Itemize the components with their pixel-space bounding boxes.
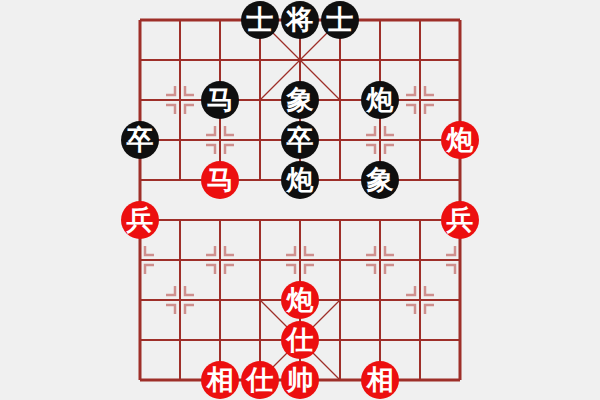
board-cell[interactable] [160,360,200,400]
piece-glyph: 兵 [127,207,154,234]
piece-glyph: 卒 [287,127,314,154]
piece-glyph: 炮 [367,87,394,114]
board-cell[interactable] [320,280,360,320]
piece-glyph: 马 [207,87,234,114]
piece-red-cannon[interactable]: 炮 [281,281,319,319]
piece-red-elephant[interactable]: 相 [201,361,239,399]
piece-black-elephant[interactable]: 象 [281,81,319,119]
board-cell[interactable] [320,360,360,400]
xiangqi-board: 士将士马象炮卒卒炮马炮象兵兵炮仕相仕帅相 [0,0,600,400]
board-cell[interactable] [440,320,480,360]
board-cell[interactable] [440,80,480,120]
board-cell[interactable] [280,240,320,280]
board-cell[interactable]: 象 [280,80,320,120]
board-cell[interactable] [440,360,480,400]
piece-black-pawn[interactable]: 卒 [121,121,159,159]
board-cell[interactable] [240,200,280,240]
board-cell[interactable] [160,160,200,200]
board-cell[interactable] [120,40,160,80]
board-cell[interactable] [200,280,240,320]
board-cell[interactable] [120,0,160,40]
piece-glyph: 炮 [447,127,474,154]
piece-red-cannon[interactable]: 炮 [441,121,479,159]
board-cell[interactable]: 炮 [360,80,400,120]
board-cell[interactable]: 象 [360,160,400,200]
piece-red-king[interactable]: 帅 [281,361,319,399]
piece-red-advisor[interactable]: 仕 [281,321,319,359]
board-cell[interactable] [240,80,280,120]
piece-red-advisor[interactable]: 仕 [241,361,279,399]
board-cell[interactable] [400,0,440,40]
piece-black-elephant[interactable]: 象 [361,161,399,199]
board-cell[interactable] [120,160,160,200]
board-cell[interactable] [120,360,160,400]
board-cell[interactable]: 卒 [120,120,160,160]
board-cell[interactable] [280,40,320,80]
board-cell[interactable] [160,0,200,40]
board-cell[interactable] [120,320,160,360]
board-cell[interactable]: 相 [360,360,400,400]
board-cell[interactable]: 士 [320,0,360,40]
board-cell[interactable]: 兵 [120,200,160,240]
board-cell[interactable]: 仕 [280,320,320,360]
board-cell[interactable] [440,240,480,280]
board-cell[interactable] [360,200,400,240]
board-cell[interactable] [240,240,280,280]
piece-red-pawn[interactable]: 兵 [441,201,479,239]
board-cell[interactable]: 炮 [440,120,480,160]
board-cell[interactable] [400,80,440,120]
board-cell[interactable]: 兵 [440,200,480,240]
board-cell[interactable] [280,200,320,240]
piece-glyph: 仕 [247,367,274,394]
board-cell[interactable] [200,0,240,40]
board-cell[interactable] [400,120,440,160]
piece-black-cannon[interactable]: 炮 [361,81,399,119]
board-cell[interactable]: 将 [280,0,320,40]
board-cell[interactable]: 炮 [280,160,320,200]
board-cell[interactable] [320,120,360,160]
board-cell[interactable]: 帅 [280,360,320,400]
board-cell[interactable] [240,120,280,160]
board-cell[interactable]: 马 [200,160,240,200]
piece-glyph: 士 [327,7,354,34]
board-cell[interactable] [440,0,480,40]
board-cell[interactable] [200,40,240,80]
piece-black-cannon[interactable]: 炮 [281,161,319,199]
piece-glyph: 相 [207,367,234,394]
board-cell[interactable] [400,280,440,320]
board-cell[interactable] [440,40,480,80]
piece-glyph: 相 [367,367,394,394]
board-cell[interactable] [120,80,160,120]
board-cell[interactable] [360,240,400,280]
piece-glyph: 将 [287,7,314,34]
board-cell[interactable]: 相 [200,360,240,400]
piece-glyph: 象 [367,167,394,194]
piece-black-advisor[interactable]: 士 [321,1,359,39]
board-cell[interactable] [160,80,200,120]
board-cell[interactable] [240,40,280,80]
board-cell[interactable] [440,280,480,320]
board-cell[interactable] [160,200,200,240]
board-cell[interactable] [120,280,160,320]
board-cell[interactable] [320,80,360,120]
piece-red-horse[interactable]: 马 [201,161,239,199]
board-cell[interactable] [320,40,360,80]
board-cell[interactable] [240,280,280,320]
piece-glyph: 炮 [287,287,314,314]
piece-glyph: 兵 [447,207,474,234]
board-cell[interactable] [200,200,240,240]
board-cell[interactable] [320,160,360,200]
board-cell[interactable] [400,240,440,280]
board-cell[interactable]: 炮 [280,280,320,320]
piece-glyph: 卒 [127,127,154,154]
piece-glyph: 马 [207,167,234,194]
piece-glyph: 仕 [287,327,314,354]
board-cell[interactable] [320,200,360,240]
board-cell[interactable] [400,160,440,200]
board-cell[interactable] [160,320,200,360]
board-cell[interactable]: 仕 [240,360,280,400]
piece-black-horse[interactable]: 马 [201,81,239,119]
board-cell[interactable] [120,240,160,280]
board-cell[interactable] [400,360,440,400]
board-cell[interactable] [200,320,240,360]
piece-red-elephant[interactable]: 相 [361,361,399,399]
board-cell[interactable] [360,280,400,320]
board-cell[interactable] [400,320,440,360]
board-cell[interactable]: 马 [200,80,240,120]
board-cell[interactable] [160,40,200,80]
piece-glyph: 炮 [287,167,314,194]
board-cell[interactable] [360,40,400,80]
board-cell[interactable]: 卒 [280,120,320,160]
board-cell[interactable] [240,160,280,200]
board-cell[interactable] [320,320,360,360]
piece-glyph: 象 [287,87,314,114]
board-cell[interactable] [360,120,400,160]
board-cell[interactable]: 士 [240,0,280,40]
piece-black-pawn[interactable]: 卒 [281,121,319,159]
board-cell[interactable] [240,320,280,360]
board-cell[interactable] [400,200,440,240]
board-cell[interactable] [160,120,200,160]
board-cell[interactable] [320,240,360,280]
piece-black-advisor[interactable]: 士 [241,1,279,39]
piece-red-pawn[interactable]: 兵 [121,201,159,239]
board-cell[interactable] [400,40,440,80]
board-cell[interactable] [360,320,400,360]
piece-glyph: 士 [247,7,274,34]
piece-glyph: 帅 [287,367,314,394]
piece-black-king[interactable]: 将 [281,1,319,39]
board-cell[interactable] [160,240,200,280]
board-cell[interactable] [200,120,240,160]
board-cell[interactable] [360,0,400,40]
board-cell[interactable] [440,160,480,200]
board-cell[interactable] [160,280,200,320]
board-cells: 士将士马象炮卒卒炮马炮象兵兵炮仕相仕帅相 [120,0,480,400]
board-cell[interactable] [200,240,240,280]
